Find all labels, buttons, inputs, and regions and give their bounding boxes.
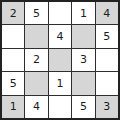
cell-r2c3[interactable]: 4 xyxy=(49,25,71,47)
cell-r4c5[interactable] xyxy=(96,72,118,94)
cell-r1c2[interactable]: 5 xyxy=(25,2,47,24)
cell-r4c2[interactable] xyxy=(25,72,47,94)
cell-r5c5[interactable]: 3 xyxy=(96,96,118,118)
cell-r3c1[interactable] xyxy=(2,49,24,71)
cell-r3c5[interactable] xyxy=(96,49,118,71)
cell-r3c4[interactable]: 3 xyxy=(72,49,94,71)
cell-r3c3[interactable] xyxy=(49,49,71,71)
cell-r1c3[interactable] xyxy=(49,2,71,24)
cell-r5c3[interactable] xyxy=(49,96,71,118)
cell-r4c1[interactable]: 5 xyxy=(2,72,24,94)
cell-r3c2[interactable]: 2 xyxy=(25,49,47,71)
cell-r2c1[interactable] xyxy=(2,25,24,47)
cell-r1c4[interactable]: 1 xyxy=(72,2,94,24)
cell-r4c3[interactable]: 1 xyxy=(49,72,71,94)
cell-r2c2[interactable] xyxy=(25,25,47,47)
cell-r1c1[interactable]: 2 xyxy=(2,2,24,24)
puzzle-grid: 2 5 1 4 4 5 2 3 5 1 1 4 5 3 xyxy=(0,0,120,120)
cell-r5c2[interactable]: 4 xyxy=(25,96,47,118)
cell-r4c4[interactable] xyxy=(72,72,94,94)
cell-r5c4[interactable]: 5 xyxy=(72,96,94,118)
cell-r2c5[interactable]: 5 xyxy=(96,25,118,47)
cell-r1c5[interactable]: 4 xyxy=(96,2,118,24)
cell-r2c4[interactable] xyxy=(72,25,94,47)
cell-r5c1[interactable]: 1 xyxy=(2,96,24,118)
